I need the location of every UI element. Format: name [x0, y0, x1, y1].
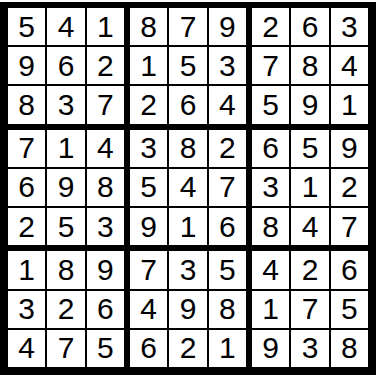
cell-r4c7[interactable]: 6	[252, 130, 289, 167]
sudoku-board: 5419628378791532642637845917146982533825…	[0, 2, 376, 375]
cell-r9c6[interactable]: 1	[209, 330, 246, 367]
cell-r1c2[interactable]: 4	[47, 8, 84, 45]
cell-r6c8[interactable]: 4	[291, 208, 328, 245]
cell-r9c7[interactable]: 9	[252, 330, 289, 367]
cell-r1c9[interactable]: 3	[331, 8, 368, 45]
cell-r9c2[interactable]: 7	[47, 330, 84, 367]
cell-r2c8[interactable]: 8	[291, 47, 328, 84]
cell-r6c7[interactable]: 8	[252, 208, 289, 245]
cell-r2c9[interactable]: 4	[331, 47, 368, 84]
cell-r8c2[interactable]: 2	[47, 291, 84, 328]
cell-r9c8[interactable]: 3	[291, 330, 328, 367]
cell-r4c3[interactable]: 4	[87, 130, 124, 167]
cell-r5c5[interactable]: 4	[169, 169, 206, 206]
cell-r8c4[interactable]: 4	[130, 291, 167, 328]
cell-r7c4[interactable]: 7	[130, 251, 167, 288]
block-6: 659312847	[252, 130, 368, 246]
block-9: 426175938	[252, 251, 368, 367]
cell-r7c5[interactable]: 3	[169, 251, 206, 288]
cell-r3c6[interactable]: 4	[209, 86, 246, 123]
cell-r2c6[interactable]: 3	[209, 47, 246, 84]
cell-r6c5[interactable]: 1	[169, 208, 206, 245]
cell-r8c1[interactable]: 3	[8, 291, 45, 328]
cell-r7c2[interactable]: 8	[47, 251, 84, 288]
cell-r6c1[interactable]: 2	[8, 208, 45, 245]
cell-r1c3[interactable]: 1	[87, 8, 124, 45]
cell-r1c4[interactable]: 8	[130, 8, 167, 45]
cell-r7c1[interactable]: 1	[8, 251, 45, 288]
cell-r9c3[interactable]: 5	[87, 330, 124, 367]
cell-r3c3[interactable]: 7	[87, 86, 124, 123]
cell-r1c5[interactable]: 7	[169, 8, 206, 45]
cell-r5c6[interactable]: 7	[209, 169, 246, 206]
cell-r3c1[interactable]: 8	[8, 86, 45, 123]
cell-r8c6[interactable]: 8	[209, 291, 246, 328]
cell-r3c7[interactable]: 5	[252, 86, 289, 123]
block-8: 735498621	[130, 251, 246, 367]
cell-r1c7[interactable]: 2	[252, 8, 289, 45]
cell-r5c7[interactable]: 3	[252, 169, 289, 206]
cell-r7c9[interactable]: 6	[331, 251, 368, 288]
cell-r9c9[interactable]: 8	[331, 330, 368, 367]
cell-r6c6[interactable]: 6	[209, 208, 246, 245]
cell-r5c3[interactable]: 8	[87, 169, 124, 206]
cell-r4c5[interactable]: 8	[169, 130, 206, 167]
cell-r8c8[interactable]: 7	[291, 291, 328, 328]
cell-r8c3[interactable]: 6	[87, 291, 124, 328]
block-4: 714698253	[8, 130, 124, 246]
cell-r3c4[interactable]: 2	[130, 86, 167, 123]
cell-r4c8[interactable]: 5	[291, 130, 328, 167]
block-5: 382547916	[130, 130, 246, 246]
cell-r9c5[interactable]: 2	[169, 330, 206, 367]
cell-r8c7[interactable]: 1	[252, 291, 289, 328]
cell-r2c5[interactable]: 5	[169, 47, 206, 84]
cell-r3c2[interactable]: 3	[47, 86, 84, 123]
cell-r6c4[interactable]: 9	[130, 208, 167, 245]
cell-r2c2[interactable]: 6	[47, 47, 84, 84]
cell-r5c8[interactable]: 1	[291, 169, 328, 206]
cell-r5c2[interactable]: 9	[47, 169, 84, 206]
cell-r1c6[interactable]: 9	[209, 8, 246, 45]
cell-r5c4[interactable]: 5	[130, 169, 167, 206]
cell-r7c8[interactable]: 2	[291, 251, 328, 288]
cell-r1c8[interactable]: 6	[291, 8, 328, 45]
cell-r8c5[interactable]: 9	[169, 291, 206, 328]
cell-r7c6[interactable]: 5	[209, 251, 246, 288]
cell-r5c9[interactable]: 2	[331, 169, 368, 206]
cell-r2c1[interactable]: 9	[8, 47, 45, 84]
block-7: 189326475	[8, 251, 124, 367]
cell-r2c7[interactable]: 7	[252, 47, 289, 84]
cell-r4c6[interactable]: 2	[209, 130, 246, 167]
cell-r2c4[interactable]: 1	[130, 47, 167, 84]
cell-r3c9[interactable]: 1	[331, 86, 368, 123]
cell-r9c4[interactable]: 6	[130, 330, 167, 367]
cell-r7c7[interactable]: 4	[252, 251, 289, 288]
cell-r5c1[interactable]: 6	[8, 169, 45, 206]
cell-r6c2[interactable]: 5	[47, 208, 84, 245]
block-1: 541962837	[8, 8, 124, 124]
cell-r1c1[interactable]: 5	[8, 8, 45, 45]
cell-r4c9[interactable]: 9	[331, 130, 368, 167]
block-3: 263784591	[252, 8, 368, 124]
cell-r6c3[interactable]: 3	[87, 208, 124, 245]
cell-r2c3[interactable]: 2	[87, 47, 124, 84]
cell-r6c9[interactable]: 7	[331, 208, 368, 245]
cell-r8c9[interactable]: 5	[331, 291, 368, 328]
cell-r4c1[interactable]: 7	[8, 130, 45, 167]
cell-r4c4[interactable]: 3	[130, 130, 167, 167]
cell-r3c8[interactable]: 9	[291, 86, 328, 123]
cell-r4c2[interactable]: 1	[47, 130, 84, 167]
cell-r9c1[interactable]: 4	[8, 330, 45, 367]
cell-r3c5[interactable]: 6	[169, 86, 206, 123]
block-2: 879153264	[130, 8, 246, 124]
cell-r7c3[interactable]: 9	[87, 251, 124, 288]
